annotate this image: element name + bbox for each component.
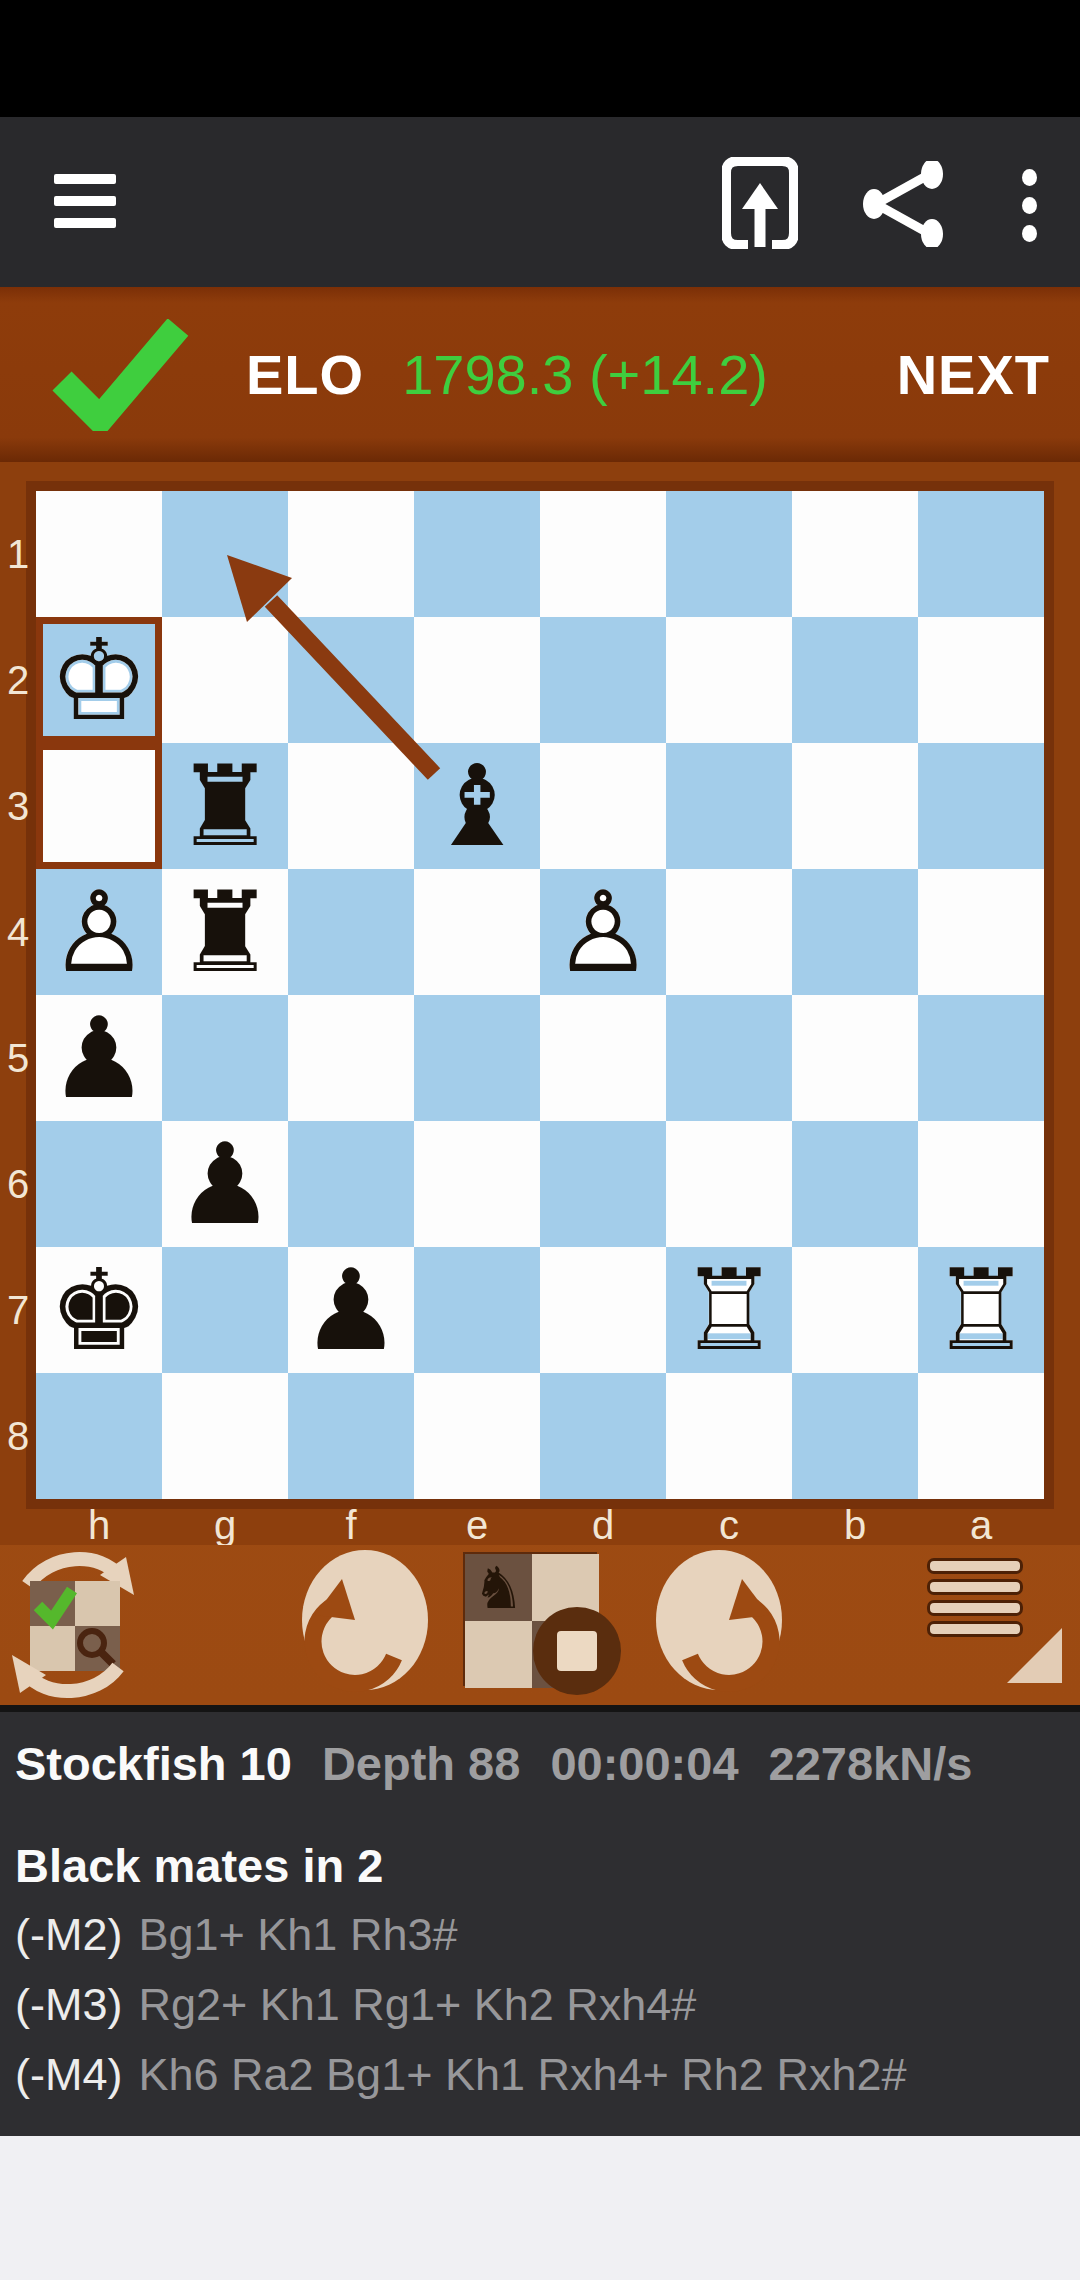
- square-b4[interactable]: [792, 869, 918, 995]
- resize-handle-icon[interactable]: [1007, 1628, 1062, 1683]
- open-in-device-icon[interactable]: [722, 157, 798, 249]
- rank-label-7: 7: [0, 1247, 36, 1373]
- square-h3[interactable]: [36, 743, 162, 869]
- square-c2[interactable]: [666, 617, 792, 743]
- piece-white-P-h4: ♙: [36, 869, 162, 995]
- undo-icon[interactable]: [298, 1547, 432, 1693]
- engine-line-1[interactable]: (-M2)Bg1+ Kh1 Rh3#: [15, 1902, 1064, 1968]
- square-g7[interactable]: [162, 1247, 288, 1373]
- square-b8[interactable]: [792, 1373, 918, 1499]
- rank-label-3: 3: [0, 743, 36, 869]
- square-c7[interactable]: ♜♖: [666, 1247, 792, 1373]
- square-a3[interactable]: [918, 743, 1044, 869]
- app-screen: ELO 1798.3 (+14.2) NEXT ♚♔♜♝♟♙♜♟♙♟♟♚♟♜♖♜…: [0, 0, 1080, 2280]
- piece-black-R-g4: ♜: [162, 869, 288, 995]
- square-h6[interactable]: [36, 1121, 162, 1247]
- engine-line-score: (-M4): [15, 2049, 122, 2100]
- square-g8[interactable]: [162, 1373, 288, 1499]
- square-e8[interactable]: [414, 1373, 540, 1499]
- engine-line-moves: Kh6 Ra2 Bg1+ Kh1 Rxh4+ Rh2 Rxh2#: [138, 2049, 906, 2100]
- square-f1[interactable]: [288, 491, 414, 617]
- board-frame: ♚♔♜♝♟♙♜♟♙♟♟♚♟♜♖♜♖: [26, 481, 1054, 1509]
- square-c6[interactable]: [666, 1121, 792, 1247]
- square-h2[interactable]: ♚♔: [36, 617, 162, 743]
- square-c5[interactable]: [666, 995, 792, 1121]
- square-c4[interactable]: [666, 869, 792, 995]
- square-d7[interactable]: [540, 1247, 666, 1373]
- square-h5[interactable]: ♟: [36, 995, 162, 1121]
- square-a6[interactable]: [918, 1121, 1044, 1247]
- square-e2[interactable]: [414, 617, 540, 743]
- square-f6[interactable]: [288, 1121, 414, 1247]
- file-label-a: a: [918, 1505, 1044, 1545]
- square-f2[interactable]: [288, 617, 414, 743]
- file-label-f: f: [288, 1505, 414, 1545]
- square-d2[interactable]: [540, 617, 666, 743]
- board-section: ♚♔♜♝♟♙♜♟♙♟♟♚♟♜♖♜♖ 12345678 hgfedcba: [0, 462, 1080, 1545]
- square-a4[interactable]: [918, 869, 1044, 995]
- square-a1[interactable]: [918, 491, 1044, 617]
- piece-black-R-g3: ♜: [162, 743, 288, 869]
- square-d8[interactable]: [540, 1373, 666, 1499]
- engine-evaluation: Black mates in 2: [15, 1834, 1064, 1898]
- square-e5[interactable]: [414, 995, 540, 1121]
- chess-board[interactable]: ♚♔♜♝♟♙♜♟♙♟♟♚♟♜♖♜♖: [36, 491, 1044, 1499]
- square-b2[interactable]: [792, 617, 918, 743]
- piece-white-R-a7: ♖: [918, 1247, 1044, 1373]
- square-a2[interactable]: [918, 617, 1044, 743]
- engine-speed: 2278kN/s: [769, 1732, 973, 1796]
- redo-icon[interactable]: [652, 1547, 786, 1693]
- footer-empty-area: [0, 2136, 1080, 2280]
- next-button[interactable]: NEXT: [897, 342, 1050, 407]
- file-label-g: g: [162, 1505, 288, 1545]
- square-e6[interactable]: [414, 1121, 540, 1247]
- square-h7[interactable]: ♚: [36, 1247, 162, 1373]
- square-b1[interactable]: [792, 491, 918, 617]
- square-d5[interactable]: [540, 995, 666, 1121]
- engine-lines: (-M2)Bg1+ Kh1 Rh3#(-M3)Rg2+ Kh1 Rg1+ Kh2…: [15, 1902, 1064, 2108]
- share-icon[interactable]: [860, 161, 948, 247]
- piece-black-B-e3: ♝: [414, 743, 540, 869]
- engine-line-moves: Rg2+ Kh1 Rg1+ Kh2 Rxh4#: [138, 1979, 696, 2030]
- engine-depth: Depth 88: [322, 1732, 521, 1796]
- engine-line-3[interactable]: (-M4)Kh6 Ra2 Bg1+ Kh1 Rxh4+ Rh2 Rxh2#: [15, 2042, 1064, 2108]
- square-h8[interactable]: [36, 1373, 162, 1499]
- piece-white-K-h2: ♔: [36, 617, 162, 743]
- piece-black-P-g6: ♟: [162, 1121, 288, 1247]
- square-g6[interactable]: ♟: [162, 1121, 288, 1247]
- square-d1[interactable]: [540, 491, 666, 617]
- square-a8[interactable]: [918, 1373, 1044, 1499]
- engine-name: Stockfish 10: [15, 1732, 292, 1796]
- stop-engine-icon[interactable]: [533, 1607, 621, 1695]
- square-a7[interactable]: ♜♖: [918, 1247, 1044, 1373]
- square-f4[interactable]: [288, 869, 414, 995]
- success-check-icon: [50, 319, 190, 431]
- rank-label-1: 1: [0, 491, 36, 617]
- knight-icon: ♞: [473, 1559, 525, 1617]
- engine-line-score: (-M3): [15, 1979, 122, 2030]
- square-f5[interactable]: [288, 995, 414, 1121]
- rank-label-6: 6: [0, 1121, 36, 1247]
- result-banner: ELO 1798.3 (+14.2) NEXT: [0, 287, 1080, 462]
- elo-label: ELO: [246, 342, 364, 407]
- square-e7[interactable]: [414, 1247, 540, 1373]
- square-e4[interactable]: [414, 869, 540, 995]
- engine-line-2[interactable]: (-M3)Rg2+ Kh1 Rg1+ Kh2 Rxh4#: [15, 1972, 1064, 2038]
- rank-label-2: 2: [0, 617, 36, 743]
- square-b3[interactable]: [792, 743, 918, 869]
- engine-panel: Stockfish 10 Depth 88 00:00:04 2278kN/s …: [0, 1705, 1080, 2136]
- hamburger-menu-icon[interactable]: [54, 174, 116, 230]
- piece-white-P-d4: ♙: [540, 869, 666, 995]
- elo-value: 1798.3 (+14.2): [402, 342, 768, 407]
- piece-black-K-h7: ♚: [36, 1247, 162, 1373]
- file-label-b: b: [792, 1505, 918, 1545]
- engine-line-score: (-M2): [15, 1909, 122, 1960]
- square-e1[interactable]: [414, 491, 540, 617]
- square-f3[interactable]: [288, 743, 414, 869]
- file-label-e: e: [414, 1505, 540, 1545]
- top-appbar: [0, 117, 1080, 287]
- file-label-h: h: [36, 1505, 162, 1545]
- file-label-c: c: [666, 1505, 792, 1545]
- square-g3[interactable]: ♜: [162, 743, 288, 869]
- square-a5[interactable]: [918, 995, 1044, 1121]
- rank-label-4: 4: [0, 869, 36, 995]
- square-d4[interactable]: ♟♙: [540, 869, 666, 995]
- square-b7[interactable]: [792, 1247, 918, 1373]
- square-c8[interactable]: [666, 1373, 792, 1499]
- piece-white-R-c7: ♖: [666, 1247, 792, 1373]
- piece-black-P-f7: ♟: [288, 1247, 414, 1373]
- square-d6[interactable]: [540, 1121, 666, 1247]
- engine-line-moves: Bg1+ Kh1 Rh3#: [138, 1909, 457, 1960]
- square-f8[interactable]: [288, 1373, 414, 1499]
- square-b6[interactable]: [792, 1121, 918, 1247]
- overflow-menu-icon[interactable]: [1022, 169, 1038, 253]
- file-label-d: d: [540, 1505, 666, 1545]
- bottom-toolbar: ♞: [0, 1545, 1080, 1705]
- rank-label-8: 8: [0, 1373, 36, 1499]
- square-c3[interactable]: [666, 743, 792, 869]
- analyze-position-icon[interactable]: [12, 1549, 134, 1701]
- square-g1[interactable]: [162, 491, 288, 617]
- square-e3[interactable]: ♝: [414, 743, 540, 869]
- square-h4[interactable]: ♟♙: [36, 869, 162, 995]
- square-d3[interactable]: [540, 743, 666, 869]
- square-g5[interactable]: [162, 995, 288, 1121]
- piece-black-P-h5: ♟: [36, 995, 162, 1121]
- engine-time: 00:00:04: [550, 1732, 738, 1796]
- square-g4[interactable]: ♜: [162, 869, 288, 995]
- square-b5[interactable]: [792, 995, 918, 1121]
- engine-status-row: Stockfish 10 Depth 88 00:00:04 2278kN/s: [15, 1732, 1064, 1796]
- square-f7[interactable]: ♟: [288, 1247, 414, 1373]
- status-bar: [0, 0, 1080, 117]
- rank-label-5: 5: [0, 995, 36, 1121]
- square-g2[interactable]: [162, 617, 288, 743]
- square-c1[interactable]: [666, 491, 792, 617]
- square-h1[interactable]: [36, 491, 162, 617]
